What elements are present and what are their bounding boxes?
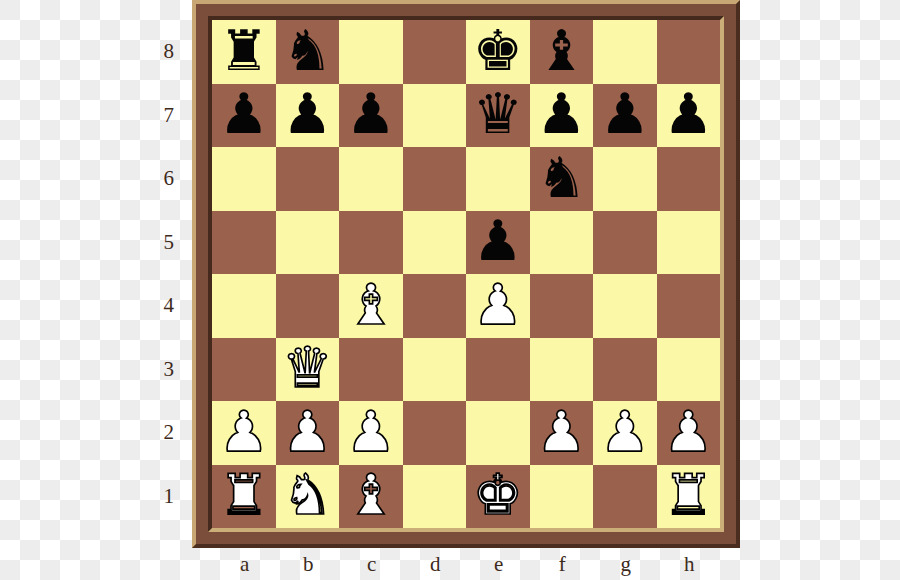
square-c8: [339, 20, 403, 84]
file-label-c: c: [340, 550, 404, 578]
square-f7: ♟: [530, 84, 594, 148]
piece-black-rook-a8: ♜: [219, 23, 269, 79]
piece-white-pawn-f2: ♟: [536, 404, 586, 460]
piece-white-rook-a1: ♜: [219, 467, 269, 523]
file-label-f: f: [531, 550, 595, 578]
piece-black-pawn-e5: ♟: [473, 213, 523, 269]
piece-white-bishop-c1: ♝: [346, 467, 396, 523]
piece-black-pawn-g7: ♟: [600, 86, 650, 142]
square-f4: [530, 274, 594, 338]
file-label-d: d: [404, 550, 468, 578]
piece-white-pawn-a2: ♟: [219, 404, 269, 460]
square-f3: [530, 338, 594, 402]
square-h7: ♟: [657, 84, 721, 148]
chess-board-frame: ♜♞♚♝♟♟♟♛♟♟♟♞♟♝♟♛♟♟♟♟♟♟♜♞♝♚♜: [192, 0, 740, 548]
square-h8: [657, 20, 721, 84]
piece-white-king-e1: ♚: [473, 467, 523, 523]
square-c5: [339, 211, 403, 275]
square-g6: [593, 147, 657, 211]
square-g2: ♟: [593, 401, 657, 465]
file-labels: abcdefgh: [213, 550, 721, 578]
piece-white-pawn-c2: ♟: [346, 404, 396, 460]
piece-white-rook-h1: ♜: [663, 467, 713, 523]
square-c1: ♝: [339, 465, 403, 529]
rank-label-4: 4: [138, 274, 176, 338]
square-f1: [530, 465, 594, 529]
square-h4: [657, 274, 721, 338]
image-background: 87654321 ♜♞♚♝♟♟♟♛♟♟♟♞♟♝♟♛♟♟♟♟♟♟♜♞♝♚♜ abc…: [0, 0, 900, 580]
square-d6: [403, 147, 467, 211]
piece-white-pawn-g2: ♟: [600, 404, 650, 460]
square-g1: [593, 465, 657, 529]
square-d8: [403, 20, 467, 84]
square-c7: ♟: [339, 84, 403, 148]
square-e2: [466, 401, 530, 465]
rank-label-8: 8: [138, 20, 176, 84]
rank-label-1: 1: [138, 465, 176, 529]
rank-label-7: 7: [138, 84, 176, 148]
piece-white-pawn-h2: ♟: [663, 404, 713, 460]
square-f8: ♝: [530, 20, 594, 84]
square-b1: ♞: [276, 465, 340, 529]
piece-white-bishop-c4: ♝: [346, 277, 396, 333]
rank-labels: 87654321: [138, 20, 176, 528]
square-c2: ♟: [339, 401, 403, 465]
square-b4: [276, 274, 340, 338]
rank-label-6: 6: [138, 147, 176, 211]
square-c4: ♝: [339, 274, 403, 338]
square-h5: [657, 211, 721, 275]
square-a3: [212, 338, 276, 402]
square-c3: [339, 338, 403, 402]
square-e6: [466, 147, 530, 211]
square-h3: [657, 338, 721, 402]
square-g8: [593, 20, 657, 84]
square-f6: ♞: [530, 147, 594, 211]
square-e8: ♚: [466, 20, 530, 84]
piece-black-pawn-c7: ♟: [346, 86, 396, 142]
square-e7: ♛: [466, 84, 530, 148]
square-f2: ♟: [530, 401, 594, 465]
square-a4: [212, 274, 276, 338]
square-h1: ♜: [657, 465, 721, 529]
rank-label-3: 3: [138, 338, 176, 402]
piece-white-knight-b1: ♞: [282, 467, 332, 523]
file-label-g: g: [594, 550, 658, 578]
file-label-e: e: [467, 550, 531, 578]
square-b3: ♛: [276, 338, 340, 402]
piece-white-pawn-b2: ♟: [282, 404, 332, 460]
piece-white-queen-b3: ♛: [282, 340, 332, 396]
square-h6: [657, 147, 721, 211]
piece-black-pawn-h7: ♟: [663, 86, 713, 142]
rank-label-2: 2: [138, 401, 176, 465]
square-a8: ♜: [212, 20, 276, 84]
file-label-b: b: [277, 550, 341, 578]
piece-black-pawn-a7: ♟: [219, 86, 269, 142]
square-d3: [403, 338, 467, 402]
square-b6: [276, 147, 340, 211]
square-a1: ♜: [212, 465, 276, 529]
square-g5: [593, 211, 657, 275]
chess-board: ♜♞♚♝♟♟♟♛♟♟♟♞♟♝♟♛♟♟♟♟♟♟♜♞♝♚♜: [208, 16, 724, 532]
square-a6: [212, 147, 276, 211]
piece-black-king-e8: ♚: [473, 23, 523, 79]
piece-black-knight-b8: ♞: [282, 23, 332, 79]
piece-black-bishop-f8: ♝: [536, 23, 586, 79]
square-g7: ♟: [593, 84, 657, 148]
square-d1: [403, 465, 467, 529]
file-label-h: h: [658, 550, 722, 578]
rank-label-5: 5: [138, 211, 176, 275]
square-b7: ♟: [276, 84, 340, 148]
square-e4: ♟: [466, 274, 530, 338]
piece-white-pawn-e4: ♟: [473, 277, 523, 333]
square-g3: [593, 338, 657, 402]
piece-black-pawn-b7: ♟: [282, 86, 332, 142]
square-e3: [466, 338, 530, 402]
square-c6: [339, 147, 403, 211]
square-d4: [403, 274, 467, 338]
square-g4: [593, 274, 657, 338]
piece-black-queen-e7: ♛: [473, 86, 523, 142]
square-a5: [212, 211, 276, 275]
square-e5: ♟: [466, 211, 530, 275]
square-d7: [403, 84, 467, 148]
piece-black-pawn-f7: ♟: [536, 86, 586, 142]
piece-black-knight-f6: ♞: [536, 150, 586, 206]
square-a2: ♟: [212, 401, 276, 465]
square-a7: ♟: [212, 84, 276, 148]
square-f5: [530, 211, 594, 275]
square-h2: ♟: [657, 401, 721, 465]
file-label-a: a: [213, 550, 277, 578]
square-b8: ♞: [276, 20, 340, 84]
square-e1: ♚: [466, 465, 530, 529]
square-d5: [403, 211, 467, 275]
square-d2: [403, 401, 467, 465]
square-b5: [276, 211, 340, 275]
square-b2: ♟: [276, 401, 340, 465]
